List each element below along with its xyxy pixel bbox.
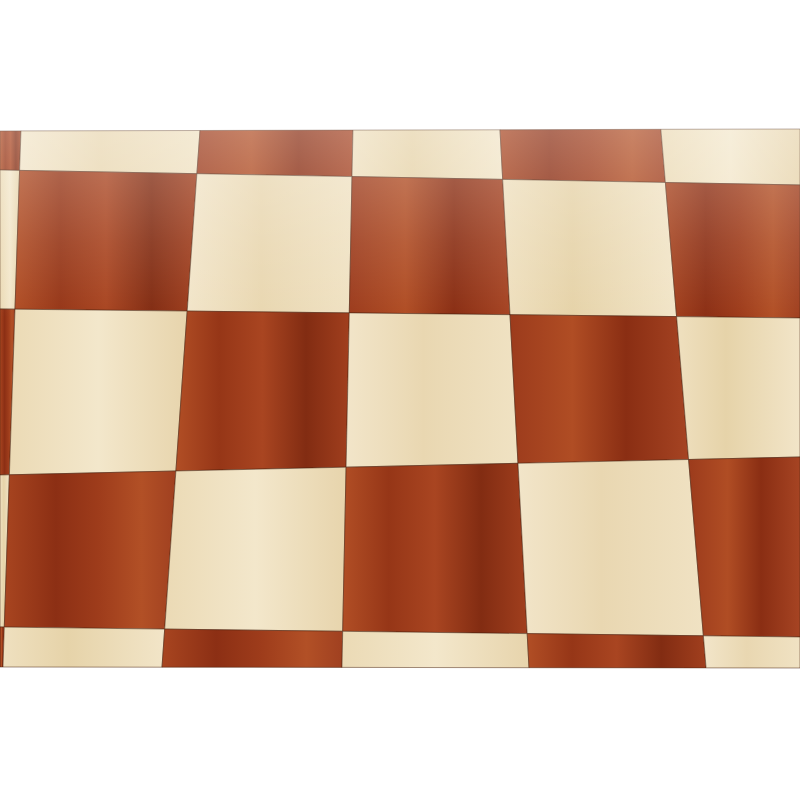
board-square-r1c5-light[interactable]: [661, 129, 800, 185]
board-square-r3c5-light[interactable]: [677, 317, 800, 460]
board-square-r1c3-light[interactable]: [352, 130, 503, 180]
board-square-r4c4-light[interactable]: [518, 460, 703, 636]
board-square-r3c2-dark[interactable]: [176, 311, 349, 471]
board-square-r2c5-dark[interactable]: [665, 183, 800, 319]
board-square-r1c0-dark[interactable]: [0, 131, 21, 171]
chess-board-photo: [0, 0, 800, 800]
board-square-r2c3-dark[interactable]: [349, 177, 510, 315]
board-square-r2c4-light[interactable]: [503, 179, 677, 316]
board-square-r4c1-dark[interactable]: [4, 471, 176, 629]
board-square-r4c2-light[interactable]: [165, 467, 346, 631]
board-square-r3c3-light[interactable]: [346, 313, 518, 467]
board-square-r1c1-light[interactable]: [20, 131, 200, 174]
board-square-r4c3-dark[interactable]: [343, 463, 528, 633]
product-photo-stage: [0, 0, 800, 800]
board-square-r5c2-dark[interactable]: [162, 629, 343, 667]
board-square-r3c4-dark[interactable]: [510, 315, 689, 464]
board-square-r5c5-light[interactable]: [703, 636, 800, 668]
board-squares: [0, 129, 800, 668]
board-square-r5c3-light[interactable]: [342, 631, 529, 667]
board-square-r2c2-light[interactable]: [187, 174, 352, 313]
board-square-r4c5-dark[interactable]: [689, 457, 800, 637]
board-square-r5c1-light[interactable]: [3, 627, 165, 667]
board-square-r2c1-dark[interactable]: [15, 170, 197, 311]
board-square-r5c4-dark[interactable]: [527, 634, 706, 668]
board-square-r1c2-dark[interactable]: [197, 130, 353, 177]
board-square-r3c1-light[interactable]: [9, 309, 187, 475]
board-square-r1c4-dark[interactable]: [500, 129, 665, 182]
